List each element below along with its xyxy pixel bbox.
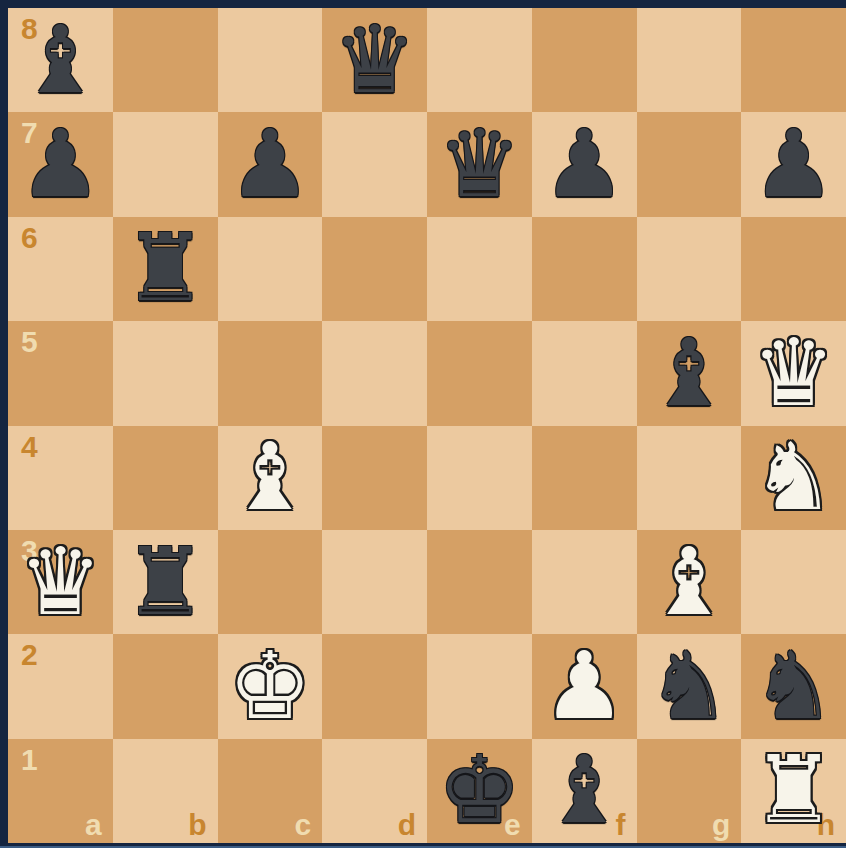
piece-black-queen[interactable]: ♛ xyxy=(322,8,427,112)
square-f1[interactable]: f♝ xyxy=(532,739,637,843)
square-h2[interactable]: ♞ xyxy=(741,634,846,738)
chess-board: 8♝♛7♟♟♛♟♟6♜5♝♛4♝♞3♛♜♝2♚♟♞♞1abcde♚f♝gh♜ xyxy=(8,8,846,843)
piece-black-bishop[interactable]: ♝ xyxy=(637,321,742,425)
piece-white-rook[interactable]: ♜ xyxy=(741,739,846,843)
square-c4[interactable]: ♝ xyxy=(218,426,323,530)
square-f7[interactable]: ♟ xyxy=(532,112,637,216)
square-e8[interactable] xyxy=(427,8,532,112)
piece-black-queen[interactable]: ♛ xyxy=(427,112,532,216)
square-e2[interactable] xyxy=(427,634,532,738)
file-label-a: a xyxy=(85,808,102,842)
square-d4[interactable] xyxy=(322,426,427,530)
rank-label-1: 1 xyxy=(21,741,38,779)
piece-black-knight[interactable]: ♞ xyxy=(741,634,846,738)
piece-black-pawn[interactable]: ♟ xyxy=(741,112,846,216)
file-label-b: b xyxy=(188,808,206,842)
square-h4[interactable]: ♞ xyxy=(741,426,846,530)
square-c2[interactable]: ♚ xyxy=(218,634,323,738)
piece-black-rook[interactable]: ♜ xyxy=(113,530,218,634)
square-f6[interactable] xyxy=(532,217,637,321)
piece-white-knight[interactable]: ♞ xyxy=(741,426,846,530)
square-f8[interactable] xyxy=(532,8,637,112)
piece-black-bishop[interactable]: ♝ xyxy=(8,8,113,112)
piece-white-bishop[interactable]: ♝ xyxy=(637,530,742,634)
square-c8[interactable] xyxy=(218,8,323,112)
square-c7[interactable]: ♟ xyxy=(218,112,323,216)
square-e7[interactable]: ♛ xyxy=(427,112,532,216)
square-h8[interactable] xyxy=(741,8,846,112)
square-b7[interactable] xyxy=(113,112,218,216)
square-d6[interactable] xyxy=(322,217,427,321)
square-c3[interactable] xyxy=(218,530,323,634)
piece-black-pawn[interactable]: ♟ xyxy=(218,112,323,216)
square-h3[interactable] xyxy=(741,530,846,634)
square-g5[interactable]: ♝ xyxy=(637,321,742,425)
piece-white-queen[interactable]: ♛ xyxy=(8,530,113,634)
square-g6[interactable] xyxy=(637,217,742,321)
square-b6[interactable]: ♜ xyxy=(113,217,218,321)
piece-black-rook[interactable]: ♜ xyxy=(113,217,218,321)
square-e6[interactable] xyxy=(427,217,532,321)
square-g8[interactable] xyxy=(637,8,742,112)
square-g1[interactable]: g xyxy=(637,739,742,843)
square-c5[interactable] xyxy=(218,321,323,425)
square-d5[interactable] xyxy=(322,321,427,425)
square-a6[interactable]: 6 xyxy=(8,217,113,321)
square-a1[interactable]: 1a xyxy=(8,739,113,843)
square-g7[interactable] xyxy=(637,112,742,216)
square-d8[interactable]: ♛ xyxy=(322,8,427,112)
piece-white-pawn[interactable]: ♟ xyxy=(532,634,637,738)
piece-black-knight[interactable]: ♞ xyxy=(637,634,742,738)
square-f4[interactable] xyxy=(532,426,637,530)
file-label-c: c xyxy=(295,808,312,842)
square-b3[interactable]: ♜ xyxy=(113,530,218,634)
piece-white-queen[interactable]: ♛ xyxy=(741,321,846,425)
square-f3[interactable] xyxy=(532,530,637,634)
square-d1[interactable]: d xyxy=(322,739,427,843)
piece-black-bishop[interactable]: ♝ xyxy=(532,739,637,843)
square-a4[interactable]: 4 xyxy=(8,426,113,530)
rank-label-4: 4 xyxy=(21,428,38,466)
square-h6[interactable] xyxy=(741,217,846,321)
piece-white-king[interactable]: ♚ xyxy=(218,634,323,738)
piece-black-pawn[interactable]: ♟ xyxy=(8,112,113,216)
rank-label-5: 5 xyxy=(21,323,38,361)
square-h7[interactable]: ♟ xyxy=(741,112,846,216)
square-g2[interactable]: ♞ xyxy=(637,634,742,738)
square-f5[interactable] xyxy=(532,321,637,425)
square-d3[interactable] xyxy=(322,530,427,634)
square-c6[interactable] xyxy=(218,217,323,321)
square-e4[interactable] xyxy=(427,426,532,530)
square-a5[interactable]: 5 xyxy=(8,321,113,425)
rank-label-6: 6 xyxy=(21,219,38,257)
piece-black-king[interactable]: ♚ xyxy=(427,739,532,843)
piece-black-pawn[interactable]: ♟ xyxy=(532,112,637,216)
square-b1[interactable]: b xyxy=(113,739,218,843)
square-b8[interactable] xyxy=(113,8,218,112)
square-g3[interactable]: ♝ xyxy=(637,530,742,634)
file-label-g: g xyxy=(712,808,730,842)
piece-white-bishop[interactable]: ♝ xyxy=(218,426,323,530)
square-h5[interactable]: ♛ xyxy=(741,321,846,425)
square-e1[interactable]: e♚ xyxy=(427,739,532,843)
square-g4[interactable] xyxy=(637,426,742,530)
file-label-d: d xyxy=(398,808,416,842)
square-b2[interactable] xyxy=(113,634,218,738)
square-f2[interactable]: ♟ xyxy=(532,634,637,738)
square-h1[interactable]: h♜ xyxy=(741,739,846,843)
square-a8[interactable]: 8♝ xyxy=(8,8,113,112)
rank-label-2: 2 xyxy=(21,636,38,674)
square-d7[interactable] xyxy=(322,112,427,216)
square-e5[interactable] xyxy=(427,321,532,425)
square-a2[interactable]: 2 xyxy=(8,634,113,738)
square-a7[interactable]: 7♟ xyxy=(8,112,113,216)
square-b4[interactable] xyxy=(113,426,218,530)
square-a3[interactable]: 3♛ xyxy=(8,530,113,634)
square-e3[interactable] xyxy=(427,530,532,634)
square-d2[interactable] xyxy=(322,634,427,738)
square-b5[interactable] xyxy=(113,321,218,425)
square-c1[interactable]: c xyxy=(218,739,323,843)
